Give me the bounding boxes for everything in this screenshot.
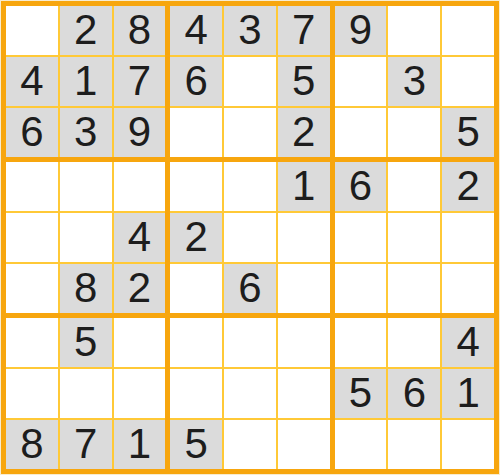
given-digit: 6 xyxy=(238,267,261,309)
cell-r6c7[interactable] xyxy=(335,264,387,313)
given-digit: 6 xyxy=(349,165,372,207)
cell-r8c8[interactable]: 6 xyxy=(388,369,440,418)
cell-r2c3[interactable]: 7 xyxy=(114,57,166,106)
cell-r5c7[interactable] xyxy=(335,213,387,262)
given-digit: 3 xyxy=(403,60,426,102)
cell-r5c1[interactable] xyxy=(6,213,58,262)
given-digit: 5 xyxy=(185,423,208,465)
sudoku-board: 2841763943765293548212662587154561 xyxy=(0,0,500,475)
given-digit: 1 xyxy=(456,372,479,414)
given-digit: 7 xyxy=(128,60,151,102)
cell-r4c5[interactable] xyxy=(224,162,276,211)
given-digit: 2 xyxy=(128,267,151,309)
cell-r1c9[interactable] xyxy=(442,6,494,55)
cell-r3c6[interactable]: 2 xyxy=(278,108,330,157)
cell-r3c1[interactable]: 6 xyxy=(6,108,58,157)
given-digit: 4 xyxy=(456,321,479,363)
cell-r9c7[interactable] xyxy=(335,420,387,469)
cell-r6c9[interactable] xyxy=(442,264,494,313)
box-2: 437652 xyxy=(170,6,329,157)
cell-r4c3[interactable] xyxy=(114,162,166,211)
cell-r9c2[interactable]: 7 xyxy=(60,420,112,469)
given-digit: 7 xyxy=(74,423,97,465)
cell-r3c7[interactable] xyxy=(335,108,387,157)
given-digit: 6 xyxy=(185,60,208,102)
cell-r2c1[interactable]: 4 xyxy=(6,57,58,106)
cell-r6c6[interactable] xyxy=(278,264,330,313)
cell-r5c3[interactable]: 4 xyxy=(114,213,166,262)
cell-r4c8[interactable] xyxy=(388,162,440,211)
given-digit: 8 xyxy=(128,9,151,51)
given-digit: 4 xyxy=(185,9,208,51)
cell-r3c9[interactable]: 5 xyxy=(442,108,494,157)
cell-r9c6[interactable] xyxy=(278,420,330,469)
cell-r8c3[interactable] xyxy=(114,369,166,418)
box-4: 482 xyxy=(6,162,165,313)
cell-r8c4[interactable] xyxy=(170,369,222,418)
cell-r9c8[interactable] xyxy=(388,420,440,469)
cell-r1c2[interactable]: 2 xyxy=(60,6,112,55)
cell-r3c3[interactable]: 9 xyxy=(114,108,166,157)
cell-r6c5[interactable]: 6 xyxy=(224,264,276,313)
cell-r1c3[interactable]: 8 xyxy=(114,6,166,55)
cell-r7c5[interactable] xyxy=(224,318,276,367)
cell-r6c3[interactable]: 2 xyxy=(114,264,166,313)
cell-r9c3[interactable]: 1 xyxy=(114,420,166,469)
given-digit: 5 xyxy=(349,372,372,414)
given-digit: 5 xyxy=(292,60,315,102)
box-8: 5 xyxy=(170,318,329,469)
cell-r2c4[interactable]: 6 xyxy=(170,57,222,106)
box-6: 62 xyxy=(335,162,494,313)
cell-r4c4[interactable] xyxy=(170,162,222,211)
cell-r7c6[interactable] xyxy=(278,318,330,367)
cell-r9c9[interactable] xyxy=(442,420,494,469)
given-digit: 1 xyxy=(292,165,315,207)
given-digit: 4 xyxy=(128,216,151,258)
cell-r2c2[interactable]: 1 xyxy=(60,57,112,106)
given-digit: 9 xyxy=(349,9,372,51)
cell-r4c1[interactable] xyxy=(6,162,58,211)
cell-r2c5[interactable] xyxy=(224,57,276,106)
cell-r7c3[interactable] xyxy=(114,318,166,367)
cell-r5c5[interactable] xyxy=(224,213,276,262)
cell-r1c6[interactable]: 7 xyxy=(278,6,330,55)
given-digit: 6 xyxy=(20,111,43,153)
cell-r1c8[interactable] xyxy=(388,6,440,55)
cell-r4c6[interactable]: 1 xyxy=(278,162,330,211)
given-digit: 6 xyxy=(403,372,426,414)
cell-r7c2[interactable]: 5 xyxy=(60,318,112,367)
cell-r8c9[interactable]: 1 xyxy=(442,369,494,418)
given-digit: 3 xyxy=(238,9,261,51)
given-digit: 9 xyxy=(128,111,151,153)
cell-r6c2[interactable]: 8 xyxy=(60,264,112,313)
cell-r2c8[interactable]: 3 xyxy=(388,57,440,106)
cell-r6c4[interactable] xyxy=(170,264,222,313)
given-digit: 8 xyxy=(20,423,43,465)
cell-r3c4[interactable] xyxy=(170,108,222,157)
cell-r2c6[interactable]: 5 xyxy=(278,57,330,106)
cell-r3c8[interactable] xyxy=(388,108,440,157)
cell-r5c2[interactable] xyxy=(60,213,112,262)
cell-r7c8[interactable] xyxy=(388,318,440,367)
box-3: 935 xyxy=(335,6,494,157)
cell-r4c9[interactable]: 2 xyxy=(442,162,494,211)
cell-r4c2[interactable] xyxy=(60,162,112,211)
cell-r2c9[interactable] xyxy=(442,57,494,106)
given-digit: 3 xyxy=(74,111,97,153)
cell-r8c1[interactable] xyxy=(6,369,58,418)
given-digit: 1 xyxy=(128,423,151,465)
given-digit: 4 xyxy=(20,60,43,102)
cell-r2c7[interactable] xyxy=(335,57,387,106)
cell-r5c9[interactable] xyxy=(442,213,494,262)
cell-r5c4[interactable]: 2 xyxy=(170,213,222,262)
cell-r4c7[interactable]: 6 xyxy=(335,162,387,211)
given-digit: 5 xyxy=(74,321,97,363)
cell-r1c1[interactable] xyxy=(6,6,58,55)
cell-r8c5[interactable] xyxy=(224,369,276,418)
cell-r6c8[interactable] xyxy=(388,264,440,313)
cell-r1c5[interactable]: 3 xyxy=(224,6,276,55)
cell-r7c7[interactable] xyxy=(335,318,387,367)
given-digit: 2 xyxy=(292,111,315,153)
cell-r5c6[interactable] xyxy=(278,213,330,262)
cell-r9c4[interactable]: 5 xyxy=(170,420,222,469)
given-digit: 8 xyxy=(74,267,97,309)
cell-r6c1[interactable] xyxy=(6,264,58,313)
cell-r1c7[interactable]: 9 xyxy=(335,6,387,55)
given-digit: 2 xyxy=(74,9,97,51)
box-5: 126 xyxy=(170,162,329,313)
cell-r7c9[interactable]: 4 xyxy=(442,318,494,367)
box-1: 28417639 xyxy=(6,6,165,157)
cell-r1c4[interactable]: 4 xyxy=(170,6,222,55)
given-digit: 5 xyxy=(456,111,479,153)
cell-r9c5[interactable] xyxy=(224,420,276,469)
box-7: 5871 xyxy=(6,318,165,469)
cell-r8c2[interactable] xyxy=(60,369,112,418)
cell-r5c8[interactable] xyxy=(388,213,440,262)
cell-r9c1[interactable]: 8 xyxy=(6,420,58,469)
given-digit: 2 xyxy=(456,165,479,207)
cell-r3c5[interactable] xyxy=(224,108,276,157)
given-digit: 2 xyxy=(185,216,208,258)
cell-r8c6[interactable] xyxy=(278,369,330,418)
cell-r3c2[interactable]: 3 xyxy=(60,108,112,157)
cell-r7c4[interactable] xyxy=(170,318,222,367)
given-digit: 1 xyxy=(74,60,97,102)
box-9: 4561 xyxy=(335,318,494,469)
cell-r7c1[interactable] xyxy=(6,318,58,367)
given-digit: 7 xyxy=(292,9,315,51)
cell-r8c7[interactable]: 5 xyxy=(335,369,387,418)
